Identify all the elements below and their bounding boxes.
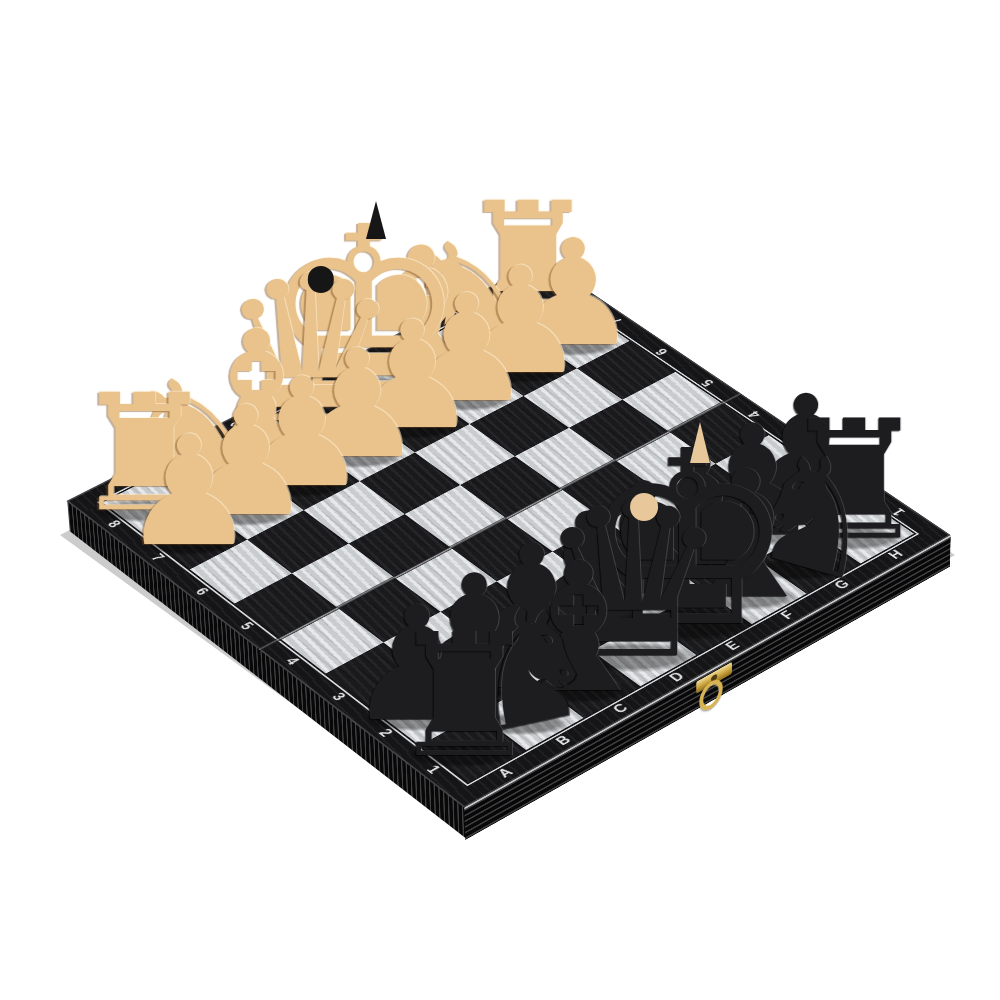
square-a5[interactable]: [235, 573, 338, 638]
file-label-near-B: B: [554, 734, 574, 748]
rank-label-near-2: 2: [376, 727, 395, 739]
rank-label-near-8: 8: [105, 519, 123, 530]
rank-label-far-7: 7: [608, 316, 626, 326]
spike-finial: [366, 201, 386, 239]
chess-set-photo: ABCDEFGH8877665544332211ABCDEFGH ♜♞♝♛♚♝♞…: [0, 0, 1000, 1000]
file-label-far-A: A: [114, 476, 133, 488]
file-label-far-B: B: [171, 447, 190, 459]
file-label-far-C: C: [226, 419, 245, 431]
square-e2[interactable]: [600, 555, 703, 620]
file-label-far-G: G: [444, 309, 463, 321]
file-label-far-E: E: [337, 364, 355, 375]
square-c4[interactable]: [394, 548, 497, 612]
rank-label-far-6: 6: [653, 346, 671, 356]
file-label-near-G: G: [832, 578, 853, 591]
rank-label-near-7: 7: [148, 552, 167, 563]
file-label-near-E: E: [723, 640, 743, 653]
file-label-near-D: D: [667, 670, 687, 683]
file-label-near-A: A: [496, 766, 517, 780]
square-f1[interactable]: [703, 559, 806, 624]
square-a1[interactable]: [420, 714, 526, 783]
chess-board: ABCDEFGH8877665544332211ABCDEFGH: [66, 260, 950, 808]
square-c2[interactable]: [487, 616, 591, 682]
file-label-near-H: H: [886, 548, 906, 561]
rank-label-near-4: 4: [283, 656, 302, 668]
rank-label-near-5: 5: [237, 621, 256, 632]
rank-label-near-6: 6: [192, 586, 211, 597]
square-d4[interactable]: [450, 518, 552, 581]
square-a4[interactable]: [280, 608, 384, 674]
file-label-near-F: F: [779, 609, 798, 621]
file-label-near-C: C: [611, 702, 631, 715]
square-h1[interactable]: [811, 500, 913, 563]
square-b2[interactable]: [430, 647, 535, 714]
square-a2[interactable]: [372, 678, 477, 746]
board-grid: ABCDEFGH8877665544332211ABCDEFGH: [66, 260, 950, 808]
rank-label-far-1: 1: [890, 506, 908, 517]
square-c5[interactable]: [349, 514, 451, 577]
square-e1[interactable]: [648, 590, 752, 655]
square-c1[interactable]: [535, 651, 640, 718]
square-g1[interactable]: [758, 530, 861, 594]
rank-label-far-3: 3: [793, 441, 811, 452]
square-d2[interactable]: [544, 585, 648, 650]
ball-finial: [308, 266, 334, 292]
file-label-far-H: H: [497, 283, 516, 294]
square-a3[interactable]: [326, 642, 431, 709]
square-d3[interactable]: [497, 551, 600, 615]
border-cell: 1: [865, 490, 933, 534]
rank-label-near-3: 3: [329, 691, 348, 703]
rank-label-far-8: 8: [563, 286, 580, 296]
square-b3[interactable]: [383, 612, 487, 678]
square-a6[interactable]: [190, 540, 292, 604]
square-c3[interactable]: [441, 581, 544, 646]
file-label-far-F: F: [391, 337, 408, 348]
rank-label-near-1: 1: [424, 764, 443, 776]
rank-label-far-2: 2: [841, 473, 859, 484]
square-b4[interactable]: [337, 577, 440, 642]
square-e3[interactable]: [553, 522, 655, 586]
square-b5[interactable]: [292, 544, 394, 608]
square-b1[interactable]: [478, 682, 584, 750]
file-label-far-D: D: [282, 391, 301, 403]
square-d1[interactable]: [592, 620, 697, 686]
square-f2[interactable]: [655, 526, 758, 590]
rank-label-far-4: 4: [746, 409, 764, 419]
rank-label-far-5: 5: [699, 377, 717, 387]
